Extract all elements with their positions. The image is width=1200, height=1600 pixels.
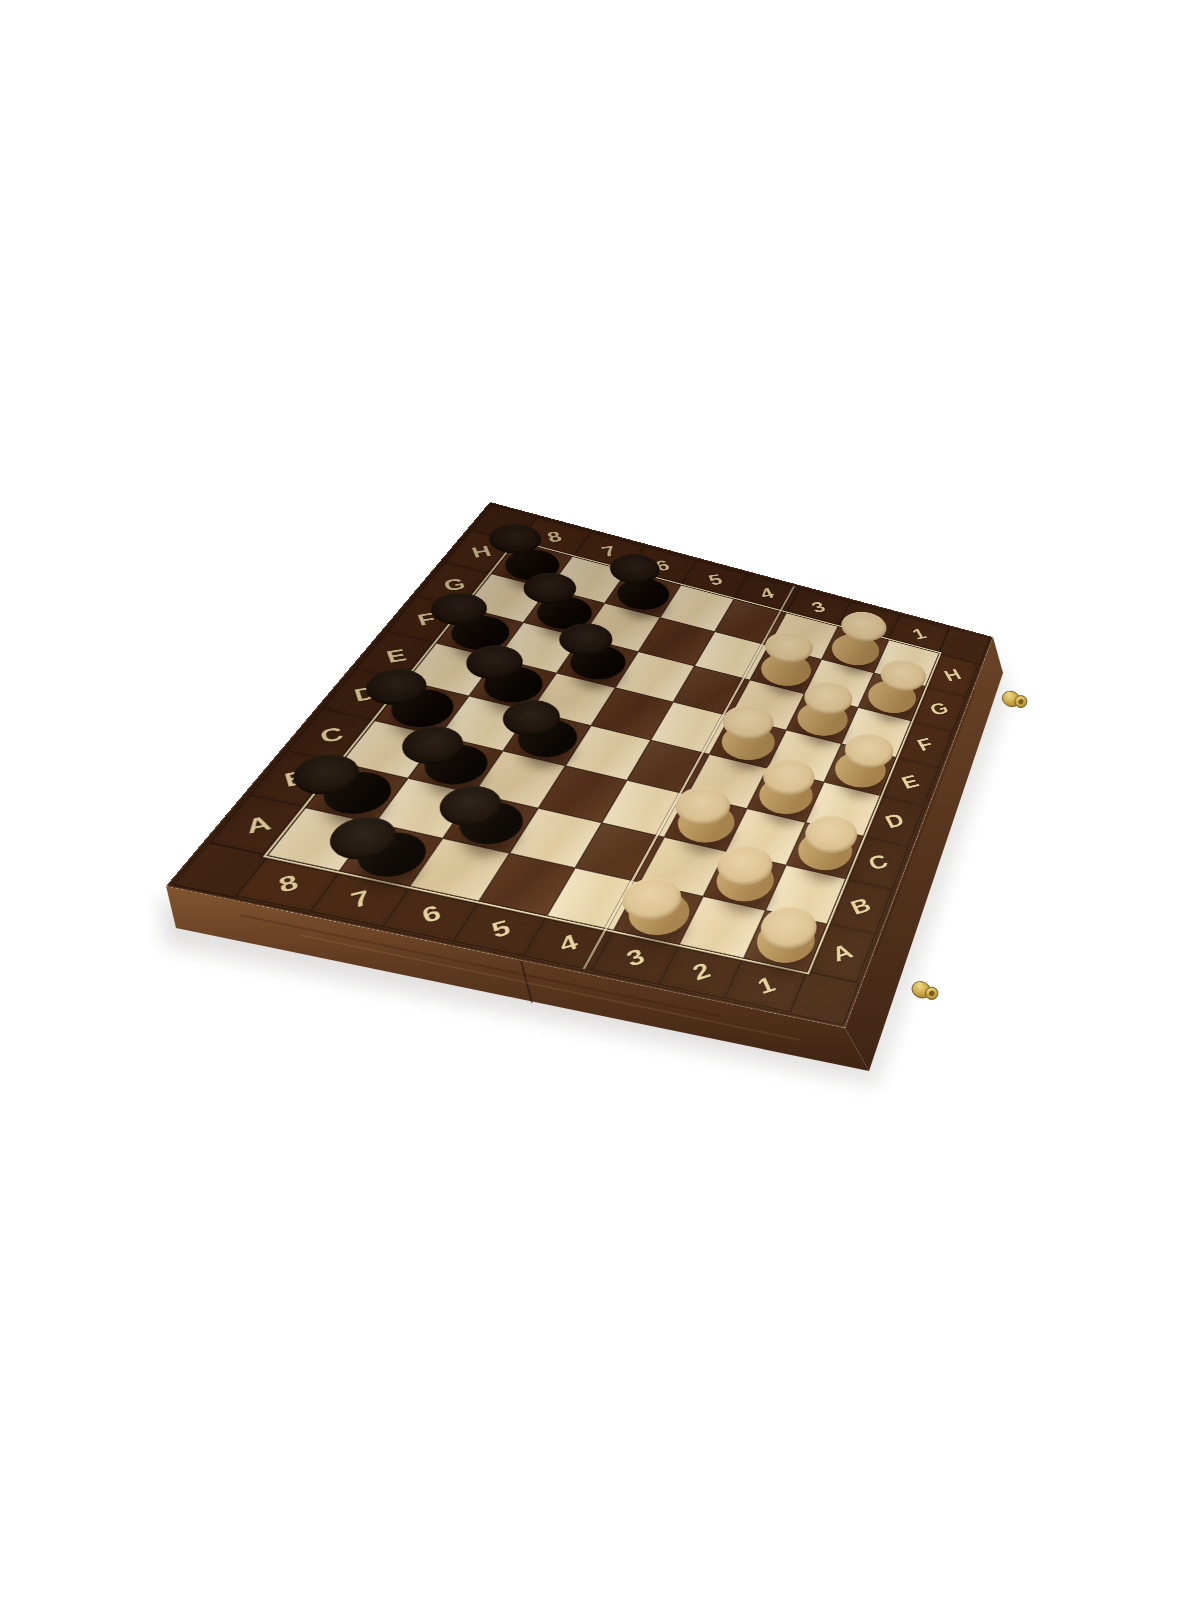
checker-light-g3[interactable] <box>754 649 817 691</box>
product-photo-scene: 87654321 87654321 HGFEDCBA HGFEDCBA <box>0 0 1200 1600</box>
checker-light-d2[interactable] <box>752 772 820 820</box>
checker-dark-b6[interactable] <box>449 797 533 850</box>
letter-label: H <box>940 666 964 685</box>
number-label: 4 <box>556 929 581 957</box>
number-label: 3 <box>808 598 828 616</box>
letter-label: B <box>847 893 875 919</box>
checker-dark-b8[interactable] <box>312 767 402 820</box>
checker-light-f2[interactable] <box>791 697 854 741</box>
checker-light-c3[interactable] <box>669 798 742 848</box>
checker-dark-d6[interactable] <box>508 714 585 762</box>
number-label: 2 <box>689 957 714 985</box>
letter-label: C <box>864 850 891 875</box>
letter-label: A <box>828 939 857 966</box>
number-label: 7 <box>348 885 374 913</box>
checker-dark-d8[interactable] <box>381 684 464 732</box>
letter-label: A <box>243 811 273 839</box>
number-label: 6 <box>419 900 445 928</box>
number-label: 5 <box>705 571 725 589</box>
checker-light-c1[interactable] <box>791 826 859 875</box>
number-label: 8 <box>276 870 302 898</box>
clasp-icon <box>909 979 940 1004</box>
number-label: 1 <box>909 625 929 643</box>
number-label: 4 <box>757 585 777 603</box>
number-label: 3 <box>623 943 648 971</box>
number-label: 1 <box>753 971 778 999</box>
letter-label: F <box>913 734 936 755</box>
checker-light-g1[interactable] <box>862 676 921 718</box>
letter-label: C <box>317 723 346 747</box>
letter-label: D <box>881 809 908 832</box>
checker-light-e3[interactable] <box>714 719 781 765</box>
letter-label: E <box>898 771 923 793</box>
number-label: 8 <box>545 528 566 545</box>
checker-light-b2[interactable] <box>708 855 781 907</box>
checker-light-h2[interactable] <box>826 629 885 670</box>
checker-light-a1[interactable] <box>749 914 822 968</box>
letter-label: G <box>441 575 468 595</box>
letter-label: H <box>469 543 494 562</box>
checker-light-e1[interactable] <box>829 747 892 793</box>
letter-label: G <box>926 699 952 719</box>
checker-dark-a7[interactable] <box>346 827 437 882</box>
number-label: 5 <box>488 915 513 943</box>
letter-label: E <box>384 645 410 667</box>
checker-light-a3[interactable] <box>619 886 698 940</box>
checker-dark-c7[interactable] <box>414 739 497 789</box>
checker-dark-f6[interactable] <box>562 640 634 684</box>
